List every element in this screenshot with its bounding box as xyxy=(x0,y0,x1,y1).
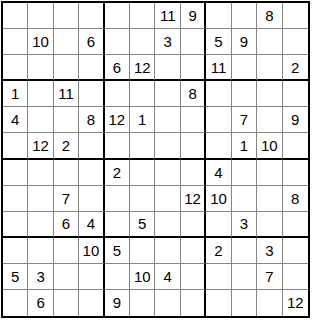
cell-r3c9-given[interactable]: 11 xyxy=(206,55,231,81)
cell-r3c4-empty[interactable] xyxy=(79,55,104,81)
cell-r10c8-empty[interactable] xyxy=(181,238,206,264)
cell-r12c11-empty[interactable] xyxy=(257,290,282,316)
cell-r10c12-empty[interactable] xyxy=(283,238,308,264)
cell-r9c10-given[interactable]: 3 xyxy=(232,212,257,238)
cell-r8c11-empty[interactable] xyxy=(257,186,282,212)
cell-r8c12-given[interactable]: 8 xyxy=(283,186,308,212)
cell-r10c7-empty[interactable] xyxy=(155,238,180,264)
cell-r8c6-empty[interactable] xyxy=(130,186,155,212)
cell-r2c3-empty[interactable] xyxy=(54,29,79,55)
cell-r5c4-given[interactable]: 8 xyxy=(79,107,104,133)
cell-r4c12-empty[interactable] xyxy=(283,81,308,107)
sudoku-puzzle: 1198106359612112111848121791221102471210… xyxy=(0,0,312,320)
cell-r9c11-empty[interactable] xyxy=(257,212,282,238)
cell-r9c9-empty[interactable] xyxy=(206,212,231,238)
cell-r6c6-empty[interactable] xyxy=(130,133,155,159)
cell-r12c4-empty[interactable] xyxy=(79,290,104,316)
cell-r7c4-empty[interactable] xyxy=(79,160,104,186)
cell-r11c7-given[interactable]: 4 xyxy=(155,264,180,290)
cell-r9c7-empty[interactable] xyxy=(155,212,180,238)
cell-r7c8-empty[interactable] xyxy=(181,160,206,186)
cell-r8c4-empty[interactable] xyxy=(79,186,104,212)
cell-r11c10-empty[interactable] xyxy=(232,264,257,290)
cell-r6c4-empty[interactable] xyxy=(79,133,104,159)
cell-r1c8-given[interactable]: 9 xyxy=(181,3,206,29)
cell-r10c1-empty[interactable] xyxy=(3,238,28,264)
cell-r10c2-empty[interactable] xyxy=(28,238,53,264)
cell-r7c7-empty[interactable] xyxy=(155,160,180,186)
cell-r4c3-given[interactable]: 11 xyxy=(54,81,79,107)
cell-r6c11-given[interactable]: 10 xyxy=(257,133,282,159)
cell-r11c6-given[interactable]: 10 xyxy=(130,264,155,290)
cell-r9c12-empty[interactable] xyxy=(283,212,308,238)
cell-r6c2-given[interactable]: 12 xyxy=(28,133,53,159)
cell-r11c11-given[interactable]: 7 xyxy=(257,264,282,290)
cell-r7c3-empty[interactable] xyxy=(54,160,79,186)
cell-r4c10-empty[interactable] xyxy=(232,81,257,107)
cell-r1c7-given[interactable]: 11 xyxy=(155,3,180,29)
cell-r3c2-empty[interactable] xyxy=(28,55,53,81)
cell-r2c7-given[interactable]: 3 xyxy=(155,29,180,55)
cell-r8c2-empty[interactable] xyxy=(28,186,53,212)
cell-r11c8-empty[interactable] xyxy=(181,264,206,290)
cell-r6c1-empty[interactable] xyxy=(3,133,28,159)
cell-r2c6-empty[interactable] xyxy=(130,29,155,55)
cell-r11c12-empty[interactable] xyxy=(283,264,308,290)
cell-r12c2-given[interactable]: 6 xyxy=(28,290,53,316)
cell-r1c2-empty[interactable] xyxy=(28,3,53,29)
cell-r3c1-empty[interactable] xyxy=(3,55,28,81)
cell-r8c7-empty[interactable] xyxy=(155,186,180,212)
cell-r3c12-given[interactable]: 2 xyxy=(283,55,308,81)
cell-r12c7-empty[interactable] xyxy=(155,290,180,316)
cell-r2c8-empty[interactable] xyxy=(181,29,206,55)
cell-r11c4-empty[interactable] xyxy=(79,264,104,290)
cell-r6c5-empty[interactable] xyxy=(105,133,130,159)
cell-r10c9-given[interactable]: 2 xyxy=(206,238,231,264)
cell-r3c8-empty[interactable] xyxy=(181,55,206,81)
cell-r11c2-given[interactable]: 3 xyxy=(28,264,53,290)
cell-r11c9-empty[interactable] xyxy=(206,264,231,290)
cell-r6c10-given[interactable]: 1 xyxy=(232,133,257,159)
cell-r10c5-given[interactable]: 5 xyxy=(105,238,130,264)
cell-r1c5-empty[interactable] xyxy=(105,3,130,29)
cell-r1c1-empty[interactable] xyxy=(3,3,28,29)
cell-r2c9-given[interactable]: 5 xyxy=(206,29,231,55)
cell-r10c11-given[interactable]: 3 xyxy=(257,238,282,264)
cell-r9c3-given[interactable]: 6 xyxy=(54,212,79,238)
cell-r12c6-empty[interactable] xyxy=(130,290,155,316)
cell-r6c12-empty[interactable] xyxy=(283,133,308,159)
cell-r3c7-empty[interactable] xyxy=(155,55,180,81)
cell-r2c4-given[interactable]: 6 xyxy=(79,29,104,55)
cell-r4c5-empty[interactable] xyxy=(105,81,130,107)
cell-r10c10-empty[interactable] xyxy=(232,238,257,264)
cell-r2c10-given[interactable]: 9 xyxy=(232,29,257,55)
cell-r3c6-given[interactable]: 12 xyxy=(130,55,155,81)
cell-r1c10-empty[interactable] xyxy=(232,3,257,29)
cell-r8c5-empty[interactable] xyxy=(105,186,130,212)
cell-r7c10-empty[interactable] xyxy=(232,160,257,186)
cell-r5c11-empty[interactable] xyxy=(257,107,282,133)
cell-r7c5-given[interactable]: 2 xyxy=(105,160,130,186)
cell-r5c7-empty[interactable] xyxy=(155,107,180,133)
cell-r7c1-empty[interactable] xyxy=(3,160,28,186)
cell-r5c1-given[interactable]: 4 xyxy=(3,107,28,133)
cell-r7c12-empty[interactable] xyxy=(283,160,308,186)
cell-r1c4-empty[interactable] xyxy=(79,3,104,29)
cell-r8c1-empty[interactable] xyxy=(3,186,28,212)
cell-r8c8-given[interactable]: 12 xyxy=(181,186,206,212)
sudoku-board: 1198106359612112111848121791221102471210… xyxy=(1,1,310,318)
cell-r2c12-empty[interactable] xyxy=(283,29,308,55)
cell-r9c2-empty[interactable] xyxy=(28,212,53,238)
cell-r1c6-empty[interactable] xyxy=(130,3,155,29)
cell-r11c1-given[interactable]: 5 xyxy=(3,264,28,290)
cell-r9c6-given[interactable]: 5 xyxy=(130,212,155,238)
cell-r6c7-empty[interactable] xyxy=(155,133,180,159)
cell-r1c11-given[interactable]: 8 xyxy=(257,3,282,29)
cell-r10c4-given[interactable]: 10 xyxy=(79,238,104,264)
cell-r12c5-given[interactable]: 9 xyxy=(105,290,130,316)
cell-r5c6-given[interactable]: 1 xyxy=(130,107,155,133)
cell-r4c1-given[interactable]: 1 xyxy=(3,81,28,107)
cell-r5c12-given[interactable]: 9 xyxy=(283,107,308,133)
cell-r1c12-empty[interactable] xyxy=(283,3,308,29)
cell-r5c10-given[interactable]: 7 xyxy=(232,107,257,133)
cell-r12c3-empty[interactable] xyxy=(54,290,79,316)
cell-r3c10-empty[interactable] xyxy=(232,55,257,81)
cell-r12c1-empty[interactable] xyxy=(3,290,28,316)
cell-r10c3-empty[interactable] xyxy=(54,238,79,264)
cell-r4c11-empty[interactable] xyxy=(257,81,282,107)
cell-r12c12-given[interactable]: 12 xyxy=(283,290,308,316)
cell-r9c1-empty[interactable] xyxy=(3,212,28,238)
cell-r4c9-empty[interactable] xyxy=(206,81,231,107)
cell-r2c1-empty[interactable] xyxy=(3,29,28,55)
cell-r4c8-given[interactable]: 8 xyxy=(181,81,206,107)
cell-r5c8-empty[interactable] xyxy=(181,107,206,133)
cell-r12c10-empty[interactable] xyxy=(232,290,257,316)
cell-r8c9-given[interactable]: 10 xyxy=(206,186,231,212)
cell-r3c3-empty[interactable] xyxy=(54,55,79,81)
cell-r11c3-empty[interactable] xyxy=(54,264,79,290)
cell-r7c9-given[interactable]: 4 xyxy=(206,160,231,186)
cell-r4c4-empty[interactable] xyxy=(79,81,104,107)
cell-r5c3-empty[interactable] xyxy=(54,107,79,133)
cell-r10c6-empty[interactable] xyxy=(130,238,155,264)
cell-r7c2-empty[interactable] xyxy=(28,160,53,186)
cell-r5c2-empty[interactable] xyxy=(28,107,53,133)
cell-r8c3-given[interactable]: 7 xyxy=(54,186,79,212)
cell-r12c8-empty[interactable] xyxy=(181,290,206,316)
cell-r5c9-empty[interactable] xyxy=(206,107,231,133)
cell-r3c5-given[interactable]: 6 xyxy=(105,55,130,81)
cell-r4c7-empty[interactable] xyxy=(155,81,180,107)
cell-r8c10-empty[interactable] xyxy=(232,186,257,212)
cell-r2c11-empty[interactable] xyxy=(257,29,282,55)
cell-r2c5-empty[interactable] xyxy=(105,29,130,55)
cell-r7c6-empty[interactable] xyxy=(130,160,155,186)
cell-r9c8-empty[interactable] xyxy=(181,212,206,238)
cell-r6c8-empty[interactable] xyxy=(181,133,206,159)
cell-r6c9-empty[interactable] xyxy=(206,133,231,159)
cell-r4c6-empty[interactable] xyxy=(130,81,155,107)
cell-r1c3-empty[interactable] xyxy=(54,3,79,29)
cell-r6c3-given[interactable]: 2 xyxy=(54,133,79,159)
cell-r7c11-empty[interactable] xyxy=(257,160,282,186)
cell-r2c2-given[interactable]: 10 xyxy=(28,29,53,55)
cell-r3c11-empty[interactable] xyxy=(257,55,282,81)
cell-r5c5-given[interactable]: 12 xyxy=(105,107,130,133)
cell-r4c2-empty[interactable] xyxy=(28,81,53,107)
cell-r9c4-given[interactable]: 4 xyxy=(79,212,104,238)
cell-r11c5-empty[interactable] xyxy=(105,264,130,290)
cell-r1c9-empty[interactable] xyxy=(206,3,231,29)
cell-r12c9-empty[interactable] xyxy=(206,290,231,316)
cell-r9c5-empty[interactable] xyxy=(105,212,130,238)
